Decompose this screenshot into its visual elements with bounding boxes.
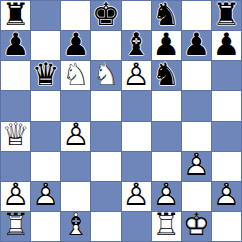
square-f6[interactable]: ♞ [152, 61, 181, 90]
piece-white-pawn: ♟♙ [182, 152, 211, 181]
square-d1[interactable] [91, 212, 120, 241]
white-piece-outline: ♙ [62, 119, 90, 150]
square-h4[interactable] [212, 122, 241, 151]
black-piece-glyph: ♟ [2, 29, 30, 60]
square-e2[interactable]: ♟♙ [122, 182, 151, 211]
white-piece-outline: ♔ [182, 210, 210, 241]
square-f1[interactable]: ♜♖ [152, 212, 181, 241]
white-piece-outline: ♙ [122, 59, 150, 90]
white-piece-outline: ♙ [213, 180, 241, 211]
square-b5[interactable] [31, 91, 60, 120]
square-g7[interactable]: ♟ [182, 31, 211, 60]
white-piece-outline: ♖ [2, 210, 30, 241]
square-b1[interactable] [31, 212, 60, 241]
square-c1[interactable]: ♝♗ [61, 212, 90, 241]
piece-white-pawn: ♟♙ [122, 61, 151, 90]
square-c6[interactable]: ♞♘ [61, 61, 90, 90]
square-a1[interactable]: ♜♖ [1, 212, 30, 241]
black-piece-glyph: ♟ [213, 29, 241, 60]
square-g1[interactable]: ♚♔ [182, 212, 211, 241]
square-e5[interactable] [122, 91, 151, 120]
piece-white-rook: ♜♖ [152, 212, 181, 241]
piece-black-queen: ♛ [31, 61, 60, 90]
piece-white-bishop: ♝♗ [61, 212, 90, 241]
white-piece-outline: ♕ [2, 119, 30, 150]
piece-black-king: ♚ [91, 1, 120, 30]
square-d8[interactable]: ♚ [91, 1, 120, 30]
square-d4[interactable] [91, 122, 120, 151]
square-b4[interactable] [31, 122, 60, 151]
piece-black-pawn: ♟ [182, 31, 211, 60]
piece-white-queen: ♛♕ [1, 122, 30, 151]
white-piece-outline: ♙ [182, 149, 210, 180]
black-piece-glyph: ♟ [182, 29, 210, 60]
square-d2[interactable] [91, 182, 120, 211]
black-piece-glyph: ♞ [152, 59, 180, 90]
square-g6[interactable] [182, 61, 211, 90]
piece-black-pawn: ♟ [1, 31, 30, 60]
square-a6[interactable] [1, 61, 30, 90]
black-piece-glyph: ♚ [92, 0, 120, 30]
piece-white-pawn: ♟♙ [212, 182, 241, 211]
piece-white-pawn: ♟♙ [61, 122, 90, 151]
square-f5[interactable] [152, 91, 181, 120]
square-b6[interactable]: ♛ [31, 61, 60, 90]
piece-white-knight: ♞♘ [61, 61, 90, 90]
square-h5[interactable] [212, 91, 241, 120]
square-c3[interactable] [61, 152, 90, 181]
square-a7[interactable]: ♟ [1, 31, 30, 60]
square-h6[interactable] [212, 61, 241, 90]
square-g5[interactable] [182, 91, 211, 120]
piece-white-pawn: ♟♙ [122, 182, 151, 211]
square-d5[interactable] [91, 91, 120, 120]
square-g3[interactable]: ♟♙ [182, 152, 211, 181]
white-piece-outline: ♖ [152, 210, 180, 241]
piece-white-rook: ♜♖ [1, 212, 30, 241]
chess-board: ♜♚♞♜♟♟♝♟♟♟♛♞♘♞♘♟♙♞♛♕♟♙♟♙♟♙♟♙♟♙♟♙♟♙♜♖♝♗♜♖… [0, 0, 242, 242]
piece-black-knight: ♞ [152, 61, 181, 90]
square-b2[interactable]: ♟♙ [31, 182, 60, 211]
square-d6[interactable]: ♞♘ [91, 61, 120, 90]
white-piece-outline: ♙ [32, 180, 60, 211]
piece-black-pawn: ♟ [212, 31, 241, 60]
white-piece-outline: ♙ [122, 180, 150, 211]
square-a4[interactable]: ♛♕ [1, 122, 30, 151]
square-f4[interactable] [152, 122, 181, 151]
piece-white-knight: ♞♘ [91, 61, 120, 90]
piece-white-pawn: ♟♙ [31, 182, 60, 211]
square-e6[interactable]: ♟♙ [122, 61, 151, 90]
square-h1[interactable] [212, 212, 241, 241]
white-piece-outline: ♘ [92, 59, 120, 90]
black-piece-glyph: ♛ [32, 59, 60, 90]
piece-white-king: ♚♔ [182, 212, 211, 241]
white-piece-outline: ♘ [62, 59, 90, 90]
square-c4[interactable]: ♟♙ [61, 122, 90, 151]
square-d3[interactable] [91, 152, 120, 181]
square-h7[interactable]: ♟ [212, 31, 241, 60]
square-e1[interactable] [122, 212, 151, 241]
white-piece-outline: ♗ [62, 210, 90, 241]
square-h2[interactable]: ♟♙ [212, 182, 241, 211]
square-e4[interactable] [122, 122, 151, 151]
square-b8[interactable] [31, 1, 60, 30]
